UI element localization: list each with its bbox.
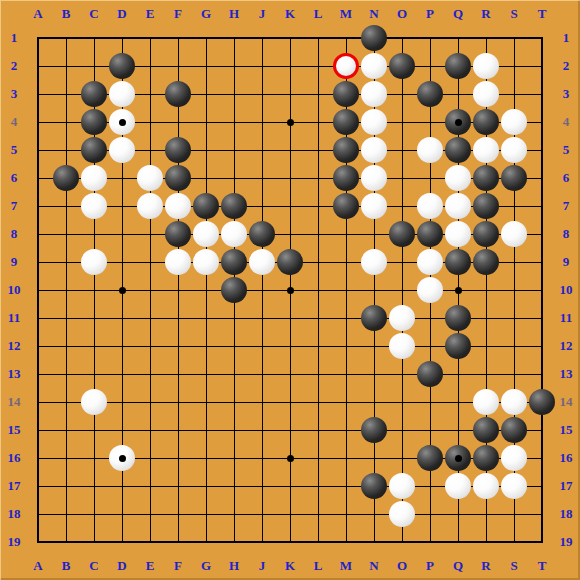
white-stone[interactable]	[165, 249, 191, 275]
coord-label: 6	[552, 164, 580, 192]
black-stone[interactable]	[473, 165, 499, 191]
coord-label: 13	[552, 360, 580, 388]
coord-label: E	[136, 552, 164, 580]
coord-label: 11	[552, 304, 580, 332]
white-stone[interactable]	[445, 221, 471, 247]
white-stone[interactable]	[473, 473, 499, 499]
black-stone[interactable]	[501, 417, 527, 443]
white-stone[interactable]	[361, 193, 387, 219]
white-stone[interactable]	[501, 389, 527, 415]
coord-label: 4	[0, 108, 28, 136]
black-stone[interactable]	[165, 165, 191, 191]
white-stone[interactable]	[417, 193, 443, 219]
coord-label: 14	[552, 388, 580, 416]
coord-label: H	[220, 552, 248, 580]
white-stone[interactable]	[501, 473, 527, 499]
last-move-stone[interactable]	[333, 53, 359, 79]
white-stone[interactable]	[361, 137, 387, 163]
white-stone[interactable]	[109, 137, 135, 163]
white-stone[interactable]	[81, 193, 107, 219]
black-stone[interactable]	[445, 249, 471, 275]
black-stone[interactable]	[333, 109, 359, 135]
black-stone[interactable]	[417, 81, 443, 107]
coord-label: 12	[0, 332, 28, 360]
black-stone[interactable]	[445, 333, 471, 359]
coord-label: 1	[0, 24, 28, 52]
coord-label: G	[192, 0, 220, 28]
star-point	[287, 455, 294, 462]
coord-label: 8	[0, 220, 28, 248]
white-stone[interactable]	[445, 473, 471, 499]
coord-label: K	[276, 0, 304, 28]
white-stone[interactable]	[501, 221, 527, 247]
star-point	[287, 119, 294, 126]
coord-label: 16	[0, 444, 28, 472]
coord-label: G	[192, 552, 220, 580]
black-stone[interactable]	[53, 165, 79, 191]
white-stone[interactable]	[81, 165, 107, 191]
coord-label: 8	[552, 220, 580, 248]
star-point	[455, 119, 462, 126]
white-stone[interactable]	[501, 137, 527, 163]
coord-label: 2	[0, 52, 28, 80]
star-point	[287, 287, 294, 294]
coord-label: F	[164, 0, 192, 28]
white-stone[interactable]	[389, 501, 415, 527]
goban[interactable]: AABBCCDDEEFFGGHHJJKKLLMMNNOOPPQQRRSSTT11…	[0, 0, 580, 580]
star-point	[119, 287, 126, 294]
coord-label: M	[332, 0, 360, 28]
coord-label: A	[24, 0, 52, 28]
black-stone[interactable]	[165, 221, 191, 247]
coord-label: 11	[0, 304, 28, 332]
black-stone[interactable]	[389, 53, 415, 79]
black-stone[interactable]	[473, 221, 499, 247]
coord-label: O	[388, 0, 416, 28]
white-stone[interactable]	[361, 249, 387, 275]
black-stone[interactable]	[333, 165, 359, 191]
black-stone[interactable]	[473, 193, 499, 219]
white-stone[interactable]	[361, 53, 387, 79]
white-stone[interactable]	[137, 165, 163, 191]
black-stone[interactable]	[445, 305, 471, 331]
coord-label: 3	[0, 80, 28, 108]
black-stone[interactable]	[221, 249, 247, 275]
coord-label: L	[304, 0, 332, 28]
black-stone[interactable]	[333, 81, 359, 107]
coord-label: T	[528, 552, 556, 580]
coord-label: B	[52, 0, 80, 28]
black-stone[interactable]	[333, 137, 359, 163]
black-stone[interactable]	[165, 81, 191, 107]
star-point	[455, 287, 462, 294]
coord-label: N	[360, 552, 388, 580]
black-stone[interactable]	[473, 109, 499, 135]
white-stone[interactable]	[501, 109, 527, 135]
white-stone[interactable]	[361, 81, 387, 107]
white-stone[interactable]	[193, 249, 219, 275]
coord-label: 5	[0, 136, 28, 164]
black-stone[interactable]	[165, 137, 191, 163]
coord-label: C	[80, 552, 108, 580]
white-stone[interactable]	[445, 165, 471, 191]
coord-label: K	[276, 552, 304, 580]
black-stone[interactable]	[333, 193, 359, 219]
coord-label: 6	[0, 164, 28, 192]
coord-label: 12	[552, 332, 580, 360]
coord-label: M	[332, 552, 360, 580]
white-stone[interactable]	[389, 473, 415, 499]
white-stone[interactable]	[361, 165, 387, 191]
black-stone[interactable]	[81, 109, 107, 135]
coord-label: 10	[0, 276, 28, 304]
coord-label: 18	[552, 500, 580, 528]
coord-label: L	[304, 552, 332, 580]
coord-label: 7	[552, 192, 580, 220]
coord-label: 15	[0, 416, 28, 444]
coord-label: E	[136, 0, 164, 28]
coord-label: C	[80, 0, 108, 28]
white-stone[interactable]	[417, 277, 443, 303]
black-stone[interactable]	[249, 221, 275, 247]
coord-label: 18	[0, 500, 28, 528]
coord-label: 5	[552, 136, 580, 164]
coord-label: A	[24, 552, 52, 580]
white-stone[interactable]	[501, 445, 527, 471]
black-stone[interactable]	[501, 165, 527, 191]
coord-label: S	[500, 552, 528, 580]
black-stone[interactable]	[361, 25, 387, 51]
coord-label: 2	[552, 52, 580, 80]
star-point	[119, 119, 126, 126]
white-stone[interactable]	[389, 333, 415, 359]
coord-label: 16	[552, 444, 580, 472]
coord-label: 17	[552, 472, 580, 500]
black-stone[interactable]	[361, 473, 387, 499]
white-stone[interactable]	[193, 221, 219, 247]
black-stone[interactable]	[417, 221, 443, 247]
white-stone[interactable]	[445, 193, 471, 219]
coord-label: S	[500, 0, 528, 28]
black-stone[interactable]	[417, 445, 443, 471]
black-stone[interactable]	[473, 417, 499, 443]
black-stone[interactable]	[361, 305, 387, 331]
black-stone[interactable]	[445, 137, 471, 163]
black-stone[interactable]	[81, 81, 107, 107]
coord-label: J	[248, 552, 276, 580]
coord-label: P	[416, 0, 444, 28]
white-stone[interactable]	[417, 137, 443, 163]
coord-label: B	[52, 552, 80, 580]
black-stone[interactable]	[81, 137, 107, 163]
coord-label: 7	[0, 192, 28, 220]
coord-label: H	[220, 0, 248, 28]
coord-label: 19	[552, 528, 580, 556]
black-stone[interactable]	[221, 277, 247, 303]
white-stone[interactable]	[81, 389, 107, 415]
white-stone[interactable]	[417, 249, 443, 275]
black-stone[interactable]	[361, 417, 387, 443]
coord-label: 9	[552, 248, 580, 276]
black-stone[interactable]	[221, 193, 247, 219]
coord-label: 14	[0, 388, 28, 416]
coord-label: 13	[0, 360, 28, 388]
white-stone[interactable]	[473, 53, 499, 79]
white-stone[interactable]	[361, 109, 387, 135]
coord-label: Q	[444, 552, 472, 580]
coord-label: R	[472, 552, 500, 580]
white-stone[interactable]	[81, 249, 107, 275]
coord-label: 15	[552, 416, 580, 444]
coord-label: Q	[444, 0, 472, 28]
coord-label: D	[108, 0, 136, 28]
white-stone[interactable]	[249, 249, 275, 275]
coord-label: N	[360, 0, 388, 28]
black-stone[interactable]	[417, 361, 443, 387]
coord-label: P	[416, 552, 444, 580]
white-stone[interactable]	[473, 81, 499, 107]
coord-label: 9	[0, 248, 28, 276]
coord-label: F	[164, 552, 192, 580]
star-point	[119, 455, 126, 462]
white-stone[interactable]	[473, 389, 499, 415]
coord-label: D	[108, 552, 136, 580]
black-stone[interactable]	[277, 249, 303, 275]
black-stone[interactable]	[389, 221, 415, 247]
white-stone[interactable]	[389, 305, 415, 331]
coord-label: 10	[552, 276, 580, 304]
star-point	[455, 455, 462, 462]
coord-label: 19	[0, 528, 28, 556]
white-stone[interactable]	[165, 193, 191, 219]
coord-label: 4	[552, 108, 580, 136]
coord-label: 17	[0, 472, 28, 500]
coord-label: 3	[552, 80, 580, 108]
coord-label: 1	[552, 24, 580, 52]
black-stone[interactable]	[109, 53, 135, 79]
coord-label: J	[248, 0, 276, 28]
white-stone[interactable]	[473, 137, 499, 163]
black-stone[interactable]	[473, 445, 499, 471]
white-stone[interactable]	[109, 81, 135, 107]
black-stone[interactable]	[445, 53, 471, 79]
coord-label: O	[388, 552, 416, 580]
white-stone[interactable]	[221, 221, 247, 247]
black-stone[interactable]	[193, 193, 219, 219]
coord-label: R	[472, 0, 500, 28]
white-stone[interactable]	[137, 193, 163, 219]
black-stone[interactable]	[473, 249, 499, 275]
